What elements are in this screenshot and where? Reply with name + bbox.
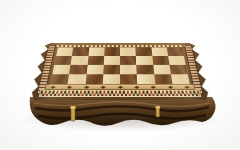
board-square xyxy=(137,74,155,84)
board-square xyxy=(50,74,69,84)
board-square xyxy=(136,65,153,74)
frame-inlay-mark xyxy=(51,86,55,89)
board-square xyxy=(152,56,169,65)
product-photo-chess-case xyxy=(0,0,240,150)
frame-inlay-mark xyxy=(68,86,72,89)
board-square xyxy=(154,74,172,84)
board-square xyxy=(88,47,104,55)
lid-walnut-rim xyxy=(28,43,212,100)
board-square xyxy=(103,74,120,84)
board-square xyxy=(68,74,86,84)
board-square xyxy=(171,74,190,84)
frame-inlay-mark xyxy=(118,86,122,89)
frame-inlay-band xyxy=(44,85,195,90)
board-square xyxy=(120,74,137,84)
board-square xyxy=(104,47,120,55)
frame-inlay-mark xyxy=(168,86,172,89)
board-square xyxy=(136,47,152,55)
board-square xyxy=(120,65,137,74)
frame-inlay-mark xyxy=(185,86,189,89)
board-square xyxy=(71,56,88,65)
board-square xyxy=(167,47,184,55)
brass-clasp-left xyxy=(70,106,75,121)
frame-inlay-mark xyxy=(135,86,139,89)
board-square xyxy=(120,56,136,65)
board-square xyxy=(69,65,87,74)
board-square xyxy=(56,47,73,55)
board-square xyxy=(120,47,136,55)
board-square xyxy=(103,65,120,74)
board-square xyxy=(86,65,103,74)
case-front-side xyxy=(22,95,220,131)
board-square xyxy=(85,74,103,84)
case-lid xyxy=(28,43,212,100)
frame-inlay-mark xyxy=(84,86,88,89)
board-square xyxy=(87,56,104,65)
board-square xyxy=(151,47,168,55)
board-square xyxy=(153,65,171,74)
brass-clasp-right xyxy=(155,106,160,117)
frame-inlay-mark xyxy=(101,86,105,89)
board-square xyxy=(104,56,120,65)
board-square xyxy=(72,47,89,55)
frame-inlay-mark xyxy=(151,86,155,89)
board-square xyxy=(169,65,187,74)
board-square xyxy=(54,56,72,65)
chess-board xyxy=(49,47,191,85)
board-square xyxy=(136,56,153,65)
board-square xyxy=(52,65,70,74)
mosaic-border-strip xyxy=(39,90,202,97)
board-square xyxy=(168,56,186,65)
